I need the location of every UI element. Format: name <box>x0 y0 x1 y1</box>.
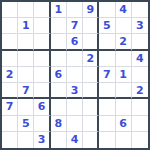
cell-r5c6[interactable] <box>83 67 99 83</box>
cell-r5c9[interactable] <box>132 67 148 83</box>
cell-r9c8[interactable] <box>116 132 132 148</box>
cell-r4c6[interactable]: 2 <box>83 51 99 67</box>
cell-r2c6[interactable] <box>83 18 99 34</box>
cell-r6c4[interactable] <box>51 83 67 99</box>
cell-r2c7[interactable]: 5 <box>99 18 115 34</box>
cell-r7c9[interactable] <box>132 99 148 115</box>
cell-r7c4[interactable] <box>51 99 67 115</box>
cell-r3c8[interactable]: 2 <box>116 34 132 50</box>
cell-r1c9[interactable] <box>132 2 148 18</box>
cell-r2c8[interactable] <box>116 18 132 34</box>
cell-r7c7[interactable] <box>99 99 115 115</box>
cell-r5c1[interactable]: 2 <box>2 67 18 83</box>
cell-r8c7[interactable] <box>99 116 115 132</box>
cell-r8c1[interactable] <box>2 116 18 132</box>
cell-r8c8[interactable]: 6 <box>116 116 132 132</box>
cell-r4c9[interactable]: 4 <box>132 51 148 67</box>
cell-r9c7[interactable] <box>99 132 115 148</box>
cell-r5c5[interactable] <box>67 67 83 83</box>
cell-r3c7[interactable] <box>99 34 115 50</box>
cell-r1c8[interactable]: 4 <box>116 2 132 18</box>
cell-r2c3[interactable] <box>34 18 50 34</box>
cell-r8c4[interactable]: 8 <box>51 116 67 132</box>
cell-r7c1[interactable]: 7 <box>2 99 18 115</box>
cell-r9c9[interactable] <box>132 132 148 148</box>
cell-r7c5[interactable] <box>67 99 83 115</box>
cell-r1c6[interactable]: 9 <box>83 2 99 18</box>
cell-r6c6[interactable] <box>83 83 99 99</box>
cell-r9c4[interactable] <box>51 132 67 148</box>
cell-r4c1[interactable] <box>2 51 18 67</box>
cell-r1c2[interactable] <box>18 2 34 18</box>
cell-r9c6[interactable] <box>83 132 99 148</box>
cell-r1c7[interactable] <box>99 2 115 18</box>
cell-r1c4[interactable]: 1 <box>51 2 67 18</box>
cell-r6c1[interactable] <box>2 83 18 99</box>
cell-r4c5[interactable] <box>67 51 83 67</box>
cell-r3c1[interactable] <box>2 34 18 50</box>
cell-r9c2[interactable] <box>18 132 34 148</box>
cell-r8c9[interactable] <box>132 116 148 132</box>
cell-r5c7[interactable]: 7 <box>99 67 115 83</box>
cell-r9c3[interactable]: 3 <box>34 132 50 148</box>
cell-r5c4[interactable]: 6 <box>51 67 67 83</box>
cell-r8c3[interactable] <box>34 116 50 132</box>
cell-r1c5[interactable] <box>67 2 83 18</box>
sudoku-board: 1941753622426717327658634 <box>0 0 150 150</box>
cell-r4c3[interactable] <box>34 51 50 67</box>
cell-r4c8[interactable] <box>116 51 132 67</box>
cell-r6c9[interactable]: 2 <box>132 83 148 99</box>
cell-r6c5[interactable]: 3 <box>67 83 83 99</box>
cell-r3c6[interactable] <box>83 34 99 50</box>
cell-r6c3[interactable] <box>34 83 50 99</box>
cell-r6c8[interactable] <box>116 83 132 99</box>
cell-r4c4[interactable] <box>51 51 67 67</box>
cell-r6c2[interactable]: 7 <box>18 83 34 99</box>
cell-r1c1[interactable] <box>2 2 18 18</box>
cell-r5c8[interactable]: 1 <box>116 67 132 83</box>
cell-r6c7[interactable] <box>99 83 115 99</box>
cell-r3c5[interactable]: 6 <box>67 34 83 50</box>
cell-r7c8[interactable] <box>116 99 132 115</box>
cell-r2c1[interactable] <box>2 18 18 34</box>
cell-r8c2[interactable]: 5 <box>18 116 34 132</box>
cell-r7c2[interactable] <box>18 99 34 115</box>
cell-r2c5[interactable]: 7 <box>67 18 83 34</box>
cell-r2c2[interactable]: 1 <box>18 18 34 34</box>
cell-r8c5[interactable] <box>67 116 83 132</box>
cell-r4c2[interactable] <box>18 51 34 67</box>
cell-r5c3[interactable] <box>34 67 50 83</box>
cell-r1c3[interactable] <box>34 2 50 18</box>
cell-r3c3[interactable] <box>34 34 50 50</box>
cell-r3c9[interactable] <box>132 34 148 50</box>
cell-r3c2[interactable] <box>18 34 34 50</box>
cell-r2c4[interactable] <box>51 18 67 34</box>
cell-r8c6[interactable] <box>83 116 99 132</box>
cell-r9c5[interactable]: 4 <box>67 132 83 148</box>
cell-r9c1[interactable] <box>2 132 18 148</box>
cell-r3c4[interactable] <box>51 34 67 50</box>
cell-r7c3[interactable]: 6 <box>34 99 50 115</box>
cell-r2c9[interactable]: 3 <box>132 18 148 34</box>
cell-r7c6[interactable] <box>83 99 99 115</box>
cell-r4c7[interactable] <box>99 51 115 67</box>
cell-r5c2[interactable] <box>18 67 34 83</box>
